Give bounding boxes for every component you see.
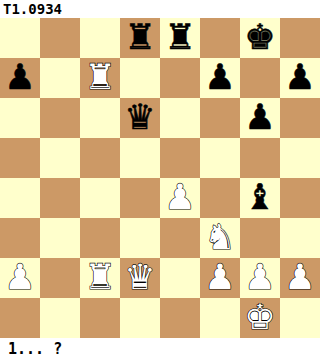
black-pawn[interactable]: ♟ <box>244 98 275 137</box>
square-a5[interactable] <box>0 138 40 178</box>
square-f1[interactable] <box>200 298 240 338</box>
square-h5[interactable] <box>280 138 320 178</box>
square-f3[interactable]: ♞ <box>200 218 240 258</box>
square-a6[interactable] <box>0 98 40 138</box>
square-b6[interactable] <box>40 98 80 138</box>
square-e8[interactable]: ♜ <box>160 18 200 58</box>
square-c8[interactable] <box>80 18 120 58</box>
diagram-title: T1.0934 <box>0 0 320 18</box>
square-e1[interactable] <box>160 298 200 338</box>
square-g6[interactable]: ♟ <box>240 98 280 138</box>
square-b2[interactable] <box>40 258 80 298</box>
black-king[interactable]: ♚ <box>244 18 275 57</box>
black-pawn[interactable]: ♟ <box>4 58 35 97</box>
black-pawn[interactable]: ♟ <box>284 58 315 97</box>
square-a7[interactable]: ♟ <box>0 58 40 98</box>
square-c4[interactable] <box>80 178 120 218</box>
white-pawn[interactable]: ♟ <box>4 258 35 297</box>
white-king[interactable]: ♚ <box>244 298 275 337</box>
square-g5[interactable] <box>240 138 280 178</box>
square-e5[interactable] <box>160 138 200 178</box>
square-c2[interactable]: ♜ <box>80 258 120 298</box>
square-h1[interactable] <box>280 298 320 338</box>
square-h6[interactable] <box>280 98 320 138</box>
white-pawn[interactable]: ♟ <box>164 178 195 217</box>
square-f6[interactable] <box>200 98 240 138</box>
square-h3[interactable] <box>280 218 320 258</box>
square-e3[interactable] <box>160 218 200 258</box>
square-h4[interactable] <box>280 178 320 218</box>
square-g4[interactable]: ♝ <box>240 178 280 218</box>
black-rook[interactable]: ♜ <box>164 18 195 57</box>
black-bishop[interactable]: ♝ <box>244 178 275 217</box>
square-e6[interactable] <box>160 98 200 138</box>
square-f8[interactable] <box>200 18 240 58</box>
square-b7[interactable] <box>40 58 80 98</box>
square-g3[interactable] <box>240 218 280 258</box>
white-knight[interactable]: ♞ <box>204 218 235 257</box>
square-f5[interactable] <box>200 138 240 178</box>
chess-board: ♜♜♚♟♜♟♟♛♟♟♝♞♟♜♛♟♟♟♚ <box>0 18 320 338</box>
square-c7[interactable]: ♜ <box>80 58 120 98</box>
square-c3[interactable] <box>80 218 120 258</box>
white-pawn[interactable]: ♟ <box>284 258 315 297</box>
square-c5[interactable] <box>80 138 120 178</box>
square-b3[interactable] <box>40 218 80 258</box>
black-rook[interactable]: ♜ <box>124 18 155 57</box>
square-b1[interactable] <box>40 298 80 338</box>
square-a4[interactable] <box>0 178 40 218</box>
square-e2[interactable] <box>160 258 200 298</box>
square-d3[interactable] <box>120 218 160 258</box>
square-g8[interactable]: ♚ <box>240 18 280 58</box>
square-d4[interactable] <box>120 178 160 218</box>
square-e7[interactable] <box>160 58 200 98</box>
square-g1[interactable]: ♚ <box>240 298 280 338</box>
square-h2[interactable]: ♟ <box>280 258 320 298</box>
white-rook[interactable]: ♜ <box>84 258 115 297</box>
square-d8[interactable]: ♜ <box>120 18 160 58</box>
move-prompt: 1... ? <box>0 338 320 360</box>
square-b4[interactable] <box>40 178 80 218</box>
square-d7[interactable] <box>120 58 160 98</box>
square-b5[interactable] <box>40 138 80 178</box>
square-c6[interactable] <box>80 98 120 138</box>
square-d2[interactable]: ♛ <box>120 258 160 298</box>
square-b8[interactable] <box>40 18 80 58</box>
square-a1[interactable] <box>0 298 40 338</box>
square-a3[interactable] <box>0 218 40 258</box>
square-a8[interactable] <box>0 18 40 58</box>
square-f4[interactable] <box>200 178 240 218</box>
square-e4[interactable]: ♟ <box>160 178 200 218</box>
white-rook[interactable]: ♜ <box>84 58 115 97</box>
white-pawn[interactable]: ♟ <box>244 258 275 297</box>
chess-diagram-window: T1.0934 ♜♜♚♟♜♟♟♛♟♟♝♞♟♜♛♟♟♟♚ 1... ? <box>0 0 320 360</box>
square-g7[interactable] <box>240 58 280 98</box>
square-h7[interactable]: ♟ <box>280 58 320 98</box>
square-f2[interactable]: ♟ <box>200 258 240 298</box>
black-pawn[interactable]: ♟ <box>204 58 235 97</box>
square-f7[interactable]: ♟ <box>200 58 240 98</box>
square-d1[interactable] <box>120 298 160 338</box>
white-queen[interactable]: ♛ <box>124 258 155 297</box>
square-d5[interactable] <box>120 138 160 178</box>
square-h8[interactable] <box>280 18 320 58</box>
square-g2[interactable]: ♟ <box>240 258 280 298</box>
white-pawn[interactable]: ♟ <box>204 258 235 297</box>
black-queen[interactable]: ♛ <box>124 98 155 137</box>
square-d6[interactable]: ♛ <box>120 98 160 138</box>
square-c1[interactable] <box>80 298 120 338</box>
square-a2[interactable]: ♟ <box>0 258 40 298</box>
